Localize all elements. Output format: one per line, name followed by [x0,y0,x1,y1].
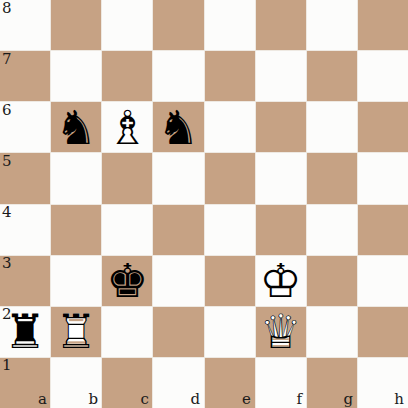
square-a4[interactable] [0,205,50,255]
square-f5[interactable] [256,153,306,203]
square-a1[interactable] [0,358,50,408]
square-h1[interactable] [358,358,408,408]
square-b8[interactable] [51,0,101,50]
square-f6[interactable] [256,102,306,152]
square-e7[interactable] [205,51,255,101]
square-h3[interactable] [358,256,408,306]
chess-board-wrapper: ♞♝♗♞♚♚♔♜♜♖♛♕ 87654321abcdefgh [0,0,408,408]
square-c5[interactable] [102,153,152,203]
square-g3[interactable] [307,256,357,306]
square-a8[interactable] [0,0,50,50]
square-d7[interactable] [153,51,203,101]
piece-black-knight[interactable]: ♞ [55,104,97,151]
black-knight-glyph: ♞ [55,104,97,151]
piece-white-king[interactable]: ♚♔ [260,257,302,304]
square-d2[interactable] [153,307,203,357]
square-c7[interactable] [102,51,152,101]
square-f4[interactable] [256,205,306,255]
square-a3[interactable] [0,256,50,306]
white-queen-outline-glyph: ♕ [260,308,302,355]
square-g2[interactable] [307,307,357,357]
square-c2[interactable] [102,307,152,357]
black-knight-glyph: ♞ [157,104,199,151]
square-a6[interactable] [0,102,50,152]
square-e1[interactable] [205,358,255,408]
square-f8[interactable] [256,0,306,50]
square-h7[interactable] [358,51,408,101]
square-b1[interactable] [51,358,101,408]
square-d8[interactable] [153,0,203,50]
square-e8[interactable] [205,0,255,50]
square-e6[interactable] [205,102,255,152]
square-h8[interactable] [358,0,408,50]
square-g5[interactable] [307,153,357,203]
square-a5[interactable] [0,153,50,203]
square-g4[interactable] [307,205,357,255]
square-f7[interactable] [256,51,306,101]
square-d3[interactable] [153,256,203,306]
square-g7[interactable] [307,51,357,101]
square-g1[interactable] [307,358,357,408]
white-rook-outline-glyph: ♖ [55,308,97,355]
square-b3[interactable] [51,256,101,306]
square-d6[interactable]: ♞ [153,102,203,152]
square-e5[interactable] [205,153,255,203]
square-d4[interactable] [153,205,203,255]
square-h6[interactable] [358,102,408,152]
white-king-outline-glyph: ♔ [260,257,302,304]
piece-black-king[interactable]: ♚ [106,257,148,304]
square-a7[interactable] [0,51,50,101]
square-b4[interactable] [51,205,101,255]
square-c8[interactable] [102,0,152,50]
square-g6[interactable] [307,102,357,152]
chess-board: ♞♝♗♞♚♚♔♜♜♖♛♕ [0,0,408,408]
square-c3[interactable]: ♚ [102,256,152,306]
square-f3[interactable]: ♚♔ [256,256,306,306]
piece-white-queen[interactable]: ♛♕ [260,308,302,355]
square-c4[interactable] [102,205,152,255]
square-d1[interactable] [153,358,203,408]
square-a2[interactable]: ♜ [0,307,50,357]
square-b7[interactable] [51,51,101,101]
square-h4[interactable] [358,205,408,255]
black-rook-glyph: ♜ [4,308,46,355]
square-e2[interactable] [205,307,255,357]
square-f1[interactable] [256,358,306,408]
piece-white-bishop[interactable]: ♝♗ [106,104,148,151]
square-b2[interactable]: ♜♖ [51,307,101,357]
piece-white-rook[interactable]: ♜♖ [55,308,97,355]
square-g8[interactable] [307,0,357,50]
square-c1[interactable] [102,358,152,408]
square-e3[interactable] [205,256,255,306]
piece-black-rook[interactable]: ♜ [4,308,46,355]
square-f2[interactable]: ♛♕ [256,307,306,357]
white-bishop-outline-glyph: ♗ [106,104,148,151]
piece-black-knight[interactable]: ♞ [157,104,199,151]
square-b5[interactable] [51,153,101,203]
square-c6[interactable]: ♝♗ [102,102,152,152]
square-b6[interactable]: ♞ [51,102,101,152]
square-h5[interactable] [358,153,408,203]
square-d5[interactable] [153,153,203,203]
black-king-glyph: ♚ [106,257,148,304]
square-e4[interactable] [205,205,255,255]
square-h2[interactable] [358,307,408,357]
